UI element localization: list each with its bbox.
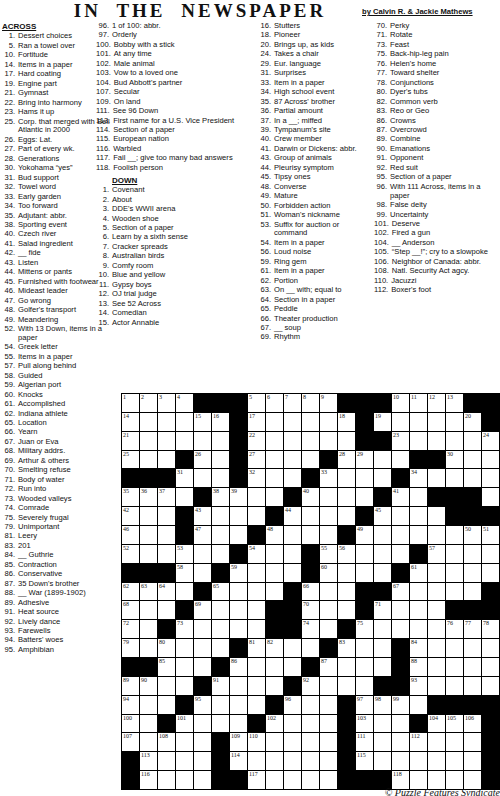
cell-r17c6[interactable] bbox=[212, 696, 230, 715]
cell-r6c4[interactable] bbox=[176, 488, 194, 507]
cell-r16c17[interactable]: 93 bbox=[410, 677, 428, 696]
cell-r19c11[interactable] bbox=[302, 733, 320, 752]
cell-r3c19[interactable] bbox=[446, 432, 464, 451]
cell-r11c19[interactable] bbox=[446, 583, 464, 602]
cell-r18c11[interactable] bbox=[302, 715, 320, 734]
cell-r16c20[interactable] bbox=[464, 677, 482, 696]
cell-r8c1[interactable]: 46 bbox=[122, 526, 140, 545]
cell-r13c20[interactable]: 77 bbox=[464, 620, 482, 639]
cell-r1c3[interactable]: 3 bbox=[158, 394, 176, 413]
cell-r20c7[interactable]: 114 bbox=[230, 752, 248, 771]
cell-r17c7[interactable] bbox=[230, 696, 248, 715]
cell-r5c10[interactable] bbox=[284, 469, 302, 488]
cell-r18c18[interactable]: 104 bbox=[428, 715, 446, 734]
cell-r3c2[interactable] bbox=[140, 432, 158, 451]
cell-r12c13[interactable] bbox=[338, 601, 356, 620]
cell-r14c13[interactable]: 83 bbox=[338, 639, 356, 658]
cell-r11c1[interactable]: 62 bbox=[122, 583, 140, 602]
cell-r7c12[interactable] bbox=[320, 507, 338, 526]
cell-r20c14[interactable]: 115 bbox=[356, 752, 374, 771]
cell-r8c14[interactable]: 49 bbox=[356, 526, 374, 545]
cell-r15c3[interactable]: 85 bbox=[158, 658, 176, 677]
cell-r7c3[interactable] bbox=[158, 507, 176, 526]
cell-r10c5[interactable] bbox=[194, 564, 212, 583]
cell-r20c18[interactable] bbox=[428, 752, 446, 771]
cell-r9c8[interactable]: 54 bbox=[248, 545, 266, 564]
cell-r21c3[interactable] bbox=[158, 771, 176, 790]
cell-r6c3[interactable]: 37 bbox=[158, 488, 176, 507]
cell-r4c14[interactable]: 29 bbox=[356, 451, 374, 470]
cell-r4c6[interactable] bbox=[212, 451, 230, 470]
cell-r19c3[interactable]: 108 bbox=[158, 733, 176, 752]
cell-r9c21[interactable] bbox=[482, 545, 500, 564]
cell-r12c1[interactable]: 68 bbox=[122, 601, 140, 620]
cell-r15c12[interactable]: 87 bbox=[320, 658, 338, 677]
cell-r8c16[interactable] bbox=[392, 526, 410, 545]
cell-r14c4[interactable] bbox=[176, 639, 194, 658]
cell-r19c19[interactable] bbox=[446, 733, 464, 752]
cell-r11c4[interactable] bbox=[176, 583, 194, 602]
cell-r15c9[interactable] bbox=[266, 658, 284, 677]
cell-r19c2[interactable] bbox=[140, 733, 158, 752]
cell-r17c10[interactable]: 96 bbox=[284, 696, 302, 715]
cell-r8c7[interactable] bbox=[230, 526, 248, 545]
cell-r7c17[interactable] bbox=[410, 507, 428, 526]
cell-r19c20[interactable] bbox=[464, 733, 482, 752]
cell-r5c17[interactable]: 34 bbox=[410, 469, 428, 488]
cell-r1c8[interactable]: 5 bbox=[248, 394, 266, 413]
cell-r1c1[interactable]: 1 bbox=[122, 394, 140, 413]
cell-r1c18[interactable]: 12 bbox=[428, 394, 446, 413]
cell-r16c11[interactable]: 92 bbox=[302, 677, 320, 696]
cell-r13c18[interactable] bbox=[428, 620, 446, 639]
cell-r9c3[interactable] bbox=[158, 545, 176, 564]
cell-r19c10[interactable] bbox=[284, 733, 302, 752]
cell-r14c11[interactable] bbox=[302, 639, 320, 658]
cell-r18c20[interactable]: 106 bbox=[464, 715, 482, 734]
cell-r10c18[interactable] bbox=[428, 564, 446, 583]
cell-r11c7[interactable] bbox=[230, 583, 248, 602]
cell-r16c21[interactable] bbox=[482, 677, 500, 696]
cell-r14c9[interactable]: 82 bbox=[266, 639, 284, 658]
cell-r18c16[interactable] bbox=[392, 715, 410, 734]
cell-r1c17[interactable]: 11 bbox=[410, 394, 428, 413]
cell-r19c18[interactable] bbox=[428, 733, 446, 752]
cell-r3c5[interactable] bbox=[194, 432, 212, 451]
cell-r5c14[interactable] bbox=[356, 469, 374, 488]
cell-r10c9[interactable] bbox=[266, 564, 284, 583]
cell-r14c17[interactable]: 84 bbox=[410, 639, 428, 658]
cell-r2c3[interactable] bbox=[158, 413, 176, 432]
cell-r10c8[interactable] bbox=[248, 564, 266, 583]
cell-r13c21[interactable]: 78 bbox=[482, 620, 500, 639]
cell-r10c12[interactable]: 60 bbox=[320, 564, 338, 583]
cell-r15c8[interactable] bbox=[248, 658, 266, 677]
cell-r20c3[interactable] bbox=[158, 752, 176, 771]
cell-r17c5[interactable]: 95 bbox=[194, 696, 212, 715]
cell-r20c10[interactable] bbox=[284, 752, 302, 771]
cell-r20c17[interactable] bbox=[410, 752, 428, 771]
cell-r17c14[interactable]: 97 bbox=[356, 696, 374, 715]
cell-r18c10[interactable] bbox=[284, 715, 302, 734]
cell-r2c17[interactable] bbox=[410, 413, 428, 432]
cell-r19c9[interactable] bbox=[266, 733, 284, 752]
cell-r5c15[interactable] bbox=[374, 469, 392, 488]
cell-r1c9[interactable]: 6 bbox=[266, 394, 284, 413]
cell-r3c3[interactable] bbox=[158, 432, 176, 451]
cell-r4c1[interactable]: 25 bbox=[122, 451, 140, 470]
cell-r4c20[interactable] bbox=[464, 451, 482, 470]
cell-r8c6[interactable] bbox=[212, 526, 230, 545]
cell-r6c2[interactable]: 36 bbox=[140, 488, 158, 507]
cell-r13c14[interactable]: 75 bbox=[356, 620, 374, 639]
cell-r19c17[interactable]: 112 bbox=[410, 733, 428, 752]
cell-r4c5[interactable]: 26 bbox=[194, 451, 212, 470]
cell-r2c1[interactable]: 14 bbox=[122, 413, 140, 432]
cell-r7c10[interactable]: 44 bbox=[284, 507, 302, 526]
cell-r6c21[interactable] bbox=[482, 488, 500, 507]
cell-r10c7[interactable]: 59 bbox=[230, 564, 248, 583]
cell-r21c2[interactable]: 116 bbox=[140, 771, 158, 790]
cell-r8c15[interactable] bbox=[374, 526, 392, 545]
cell-r17c17[interactable] bbox=[410, 696, 428, 715]
cell-r18c14[interactable]: 103 bbox=[356, 715, 374, 734]
cell-r6c16[interactable]: 41 bbox=[392, 488, 410, 507]
cell-r3c20[interactable] bbox=[464, 432, 482, 451]
cell-r3c4[interactable] bbox=[176, 432, 194, 451]
cell-r11c18[interactable] bbox=[428, 583, 446, 602]
cell-r4c15[interactable] bbox=[374, 451, 392, 470]
cell-r7c6[interactable] bbox=[212, 507, 230, 526]
cell-r7c18[interactable] bbox=[428, 507, 446, 526]
cell-r18c4[interactable]: 101 bbox=[176, 715, 194, 734]
cell-r9c2[interactable] bbox=[140, 545, 158, 564]
cell-r17c15[interactable]: 98 bbox=[374, 696, 392, 715]
cell-r13c16[interactable] bbox=[392, 620, 410, 639]
cell-r12c16[interactable] bbox=[392, 601, 410, 620]
cell-r16c18[interactable] bbox=[428, 677, 446, 696]
cell-r12c18[interactable] bbox=[428, 601, 446, 620]
cell-r5c19[interactable] bbox=[446, 469, 464, 488]
cell-r12c3[interactable] bbox=[158, 601, 176, 620]
cell-r21c4[interactable] bbox=[176, 771, 194, 790]
crossword-grid[interactable]: 1234567891011121314151617181920212223242… bbox=[121, 393, 500, 790]
cell-r14c14[interactable] bbox=[356, 639, 374, 658]
cell-r12c12[interactable] bbox=[320, 601, 338, 620]
cell-r20c15[interactable] bbox=[374, 752, 392, 771]
cell-r6c12[interactable] bbox=[320, 488, 338, 507]
cell-r12c5[interactable]: 69 bbox=[194, 601, 212, 620]
cell-r14c6[interactable] bbox=[212, 639, 230, 658]
cell-r18c1[interactable]: 100 bbox=[122, 715, 140, 734]
cell-r5c9[interactable] bbox=[266, 469, 284, 488]
cell-r15c4[interactable] bbox=[176, 658, 194, 677]
cell-r7c13[interactable] bbox=[338, 507, 356, 526]
cell-r14c18[interactable] bbox=[428, 639, 446, 658]
cell-r6c7[interactable]: 39 bbox=[230, 488, 248, 507]
cell-r11c2[interactable]: 63 bbox=[140, 583, 158, 602]
cell-r9c14[interactable] bbox=[356, 545, 374, 564]
cell-r13c15[interactable] bbox=[374, 620, 392, 639]
cell-r13c6[interactable] bbox=[212, 620, 230, 639]
cell-r2c6[interactable]: 16 bbox=[212, 413, 230, 432]
cell-r13c17[interactable] bbox=[410, 620, 428, 639]
cell-r20c4[interactable] bbox=[176, 752, 194, 771]
cell-r3c21[interactable]: 24 bbox=[482, 432, 500, 451]
cell-r3c6[interactable] bbox=[212, 432, 230, 451]
cell-r13c8[interactable] bbox=[248, 620, 266, 639]
cell-r2c16[interactable] bbox=[392, 413, 410, 432]
cell-r8c12[interactable] bbox=[320, 526, 338, 545]
cell-r9c12[interactable]: 55 bbox=[320, 545, 338, 564]
cell-r15c15[interactable] bbox=[374, 658, 392, 677]
cell-r15c5[interactable] bbox=[194, 658, 212, 677]
cell-r17c16[interactable]: 99 bbox=[392, 696, 410, 715]
cell-r2c4[interactable] bbox=[176, 413, 194, 432]
cell-r15c17[interactable]: 88 bbox=[410, 658, 428, 677]
cell-r15c7[interactable]: 86 bbox=[230, 658, 248, 677]
cell-r15c13[interactable] bbox=[338, 658, 356, 677]
cell-r20c8[interactable] bbox=[248, 752, 266, 771]
cell-r19c15[interactable] bbox=[374, 733, 392, 752]
cell-r8c17[interactable] bbox=[410, 526, 428, 545]
cell-r17c2[interactable] bbox=[140, 696, 158, 715]
cell-r7c1[interactable]: 42 bbox=[122, 507, 140, 526]
cell-r1c11[interactable]: 8 bbox=[302, 394, 320, 413]
cell-r6c13[interactable] bbox=[338, 488, 356, 507]
cell-r18c5[interactable] bbox=[194, 715, 212, 734]
cell-r6c17[interactable] bbox=[410, 488, 428, 507]
cell-r19c5[interactable] bbox=[194, 733, 212, 752]
cell-r3c16[interactable]: 23 bbox=[392, 432, 410, 451]
cell-r11c13[interactable] bbox=[338, 583, 356, 602]
cell-r17c11[interactable] bbox=[302, 696, 320, 715]
cell-r8c19[interactable] bbox=[446, 526, 464, 545]
cell-r7c8[interactable] bbox=[248, 507, 266, 526]
cell-r11c16[interactable]: 67 bbox=[392, 583, 410, 602]
cell-r21c5[interactable] bbox=[194, 771, 212, 790]
cell-r3c8[interactable]: 22 bbox=[248, 432, 266, 451]
cell-r16c13[interactable] bbox=[338, 677, 356, 696]
cell-r9c16[interactable] bbox=[392, 545, 410, 564]
cell-r12c15[interactable]: 71 bbox=[374, 601, 392, 620]
cell-r8c10[interactable] bbox=[284, 526, 302, 545]
cell-r2c9[interactable] bbox=[266, 413, 284, 432]
cell-r8c2[interactable] bbox=[140, 526, 158, 545]
cell-r20c5[interactable] bbox=[194, 752, 212, 771]
cell-r13c11[interactable]: 74 bbox=[302, 620, 320, 639]
cell-r2c2[interactable] bbox=[140, 413, 158, 432]
cell-r6c11[interactable]: 40 bbox=[302, 488, 320, 507]
cell-r10c17[interactable]: 61 bbox=[410, 564, 428, 583]
cell-r13c2[interactable] bbox=[140, 620, 158, 639]
cell-r5c4[interactable]: 31 bbox=[176, 469, 194, 488]
cell-r9c6[interactable] bbox=[212, 545, 230, 564]
cell-r13c4[interactable]: 73 bbox=[176, 620, 194, 639]
cell-r15c21[interactable] bbox=[482, 658, 500, 677]
cell-r6c14[interactable] bbox=[356, 488, 374, 507]
cell-r4c9[interactable] bbox=[266, 451, 284, 470]
cell-r18c7[interactable] bbox=[230, 715, 248, 734]
cell-r4c10[interactable] bbox=[284, 451, 302, 470]
cell-r10c15[interactable] bbox=[374, 564, 392, 583]
cell-r16c4[interactable] bbox=[176, 677, 194, 696]
cell-r3c17[interactable] bbox=[410, 432, 428, 451]
cell-r18c12[interactable] bbox=[320, 715, 338, 734]
cell-r12c2[interactable] bbox=[140, 601, 158, 620]
cell-r2c12[interactable] bbox=[320, 413, 338, 432]
cell-r11c20[interactable] bbox=[464, 583, 482, 602]
cell-r2c5[interactable]: 15 bbox=[194, 413, 212, 432]
cell-r10c13[interactable] bbox=[338, 564, 356, 583]
cell-r11c12[interactable] bbox=[320, 583, 338, 602]
cell-r10c21[interactable] bbox=[482, 564, 500, 583]
cell-r17c3[interactable] bbox=[158, 696, 176, 715]
cell-r4c8[interactable]: 27 bbox=[248, 451, 266, 470]
cell-r15c18[interactable] bbox=[428, 658, 446, 677]
cell-r17c8[interactable] bbox=[248, 696, 266, 715]
cell-r5c6[interactable] bbox=[212, 469, 230, 488]
cell-r7c2[interactable] bbox=[140, 507, 158, 526]
cell-r16c19[interactable] bbox=[446, 677, 464, 696]
cell-r8c11[interactable] bbox=[302, 526, 320, 545]
cell-r14c3[interactable]: 80 bbox=[158, 639, 176, 658]
cell-r8c5[interactable]: 47 bbox=[194, 526, 212, 545]
cell-r15c19[interactable] bbox=[446, 658, 464, 677]
cell-r8c3[interactable] bbox=[158, 526, 176, 545]
cell-r10c10[interactable] bbox=[284, 564, 302, 583]
cell-r11c6[interactable]: 65 bbox=[212, 583, 230, 602]
cell-r9c4[interactable]: 53 bbox=[176, 545, 194, 564]
cell-r14c20[interactable] bbox=[464, 639, 482, 658]
cell-r4c21[interactable] bbox=[482, 451, 500, 470]
cell-r2c11[interactable] bbox=[302, 413, 320, 432]
cell-r1c4[interactable]: 4 bbox=[176, 394, 194, 413]
cell-r20c19[interactable] bbox=[446, 752, 464, 771]
cell-r7c7[interactable] bbox=[230, 507, 248, 526]
cell-r6c8[interactable] bbox=[248, 488, 266, 507]
cell-r10c19[interactable] bbox=[446, 564, 464, 583]
cell-r14c1[interactable]: 79 bbox=[122, 639, 140, 658]
cell-r19c1[interactable]: 107 bbox=[122, 733, 140, 752]
cell-r9c15[interactable] bbox=[374, 545, 392, 564]
cell-r14c10[interactable] bbox=[284, 639, 302, 658]
cell-r5c12[interactable]: 33 bbox=[320, 469, 338, 488]
cell-r12c17[interactable] bbox=[410, 601, 428, 620]
cell-r9c5[interactable] bbox=[194, 545, 212, 564]
cell-r16c12[interactable] bbox=[320, 677, 338, 696]
cell-r12c7[interactable] bbox=[230, 601, 248, 620]
cell-r8c21[interactable]: 51 bbox=[482, 526, 500, 545]
cell-r13c1[interactable]: 72 bbox=[122, 620, 140, 639]
cell-r6c1[interactable]: 35 bbox=[122, 488, 140, 507]
cell-r3c18[interactable] bbox=[428, 432, 446, 451]
cell-r19c7[interactable]: 109 bbox=[230, 733, 248, 752]
cell-r20c9[interactable] bbox=[266, 752, 284, 771]
cell-r16c6[interactable]: 91 bbox=[212, 677, 230, 696]
cell-r13c12[interactable] bbox=[320, 620, 338, 639]
cell-r17c1[interactable]: 94 bbox=[122, 696, 140, 715]
cell-r3c11[interactable] bbox=[302, 432, 320, 451]
cell-r1c2[interactable]: 2 bbox=[140, 394, 158, 413]
cell-r9c18[interactable]: 57 bbox=[428, 545, 446, 564]
cell-r12c6[interactable] bbox=[212, 601, 230, 620]
cell-r1c12[interactable]: 9 bbox=[320, 394, 338, 413]
cell-r16c9[interactable] bbox=[266, 677, 284, 696]
cell-r5c5[interactable] bbox=[194, 469, 212, 488]
cell-r15c10[interactable] bbox=[284, 658, 302, 677]
cell-r13c19[interactable]: 76 bbox=[446, 620, 464, 639]
cell-r16c8[interactable] bbox=[248, 677, 266, 696]
cell-r7c16[interactable] bbox=[392, 507, 410, 526]
cell-r12c8[interactable] bbox=[248, 601, 266, 620]
cell-r16c14[interactable] bbox=[356, 677, 374, 696]
cell-r4c2[interactable] bbox=[140, 451, 158, 470]
cell-r11c3[interactable]: 64 bbox=[158, 583, 176, 602]
cell-r4c11[interactable] bbox=[302, 451, 320, 470]
cell-r19c8[interactable]: 110 bbox=[248, 733, 266, 752]
cell-r1c10[interactable]: 7 bbox=[284, 394, 302, 413]
cell-r16c2[interactable]: 90 bbox=[140, 677, 158, 696]
cell-r18c19[interactable]: 105 bbox=[446, 715, 464, 734]
cell-r5c13[interactable] bbox=[338, 469, 356, 488]
cell-r4c13[interactable]: 28 bbox=[338, 451, 356, 470]
cell-r3c10[interactable] bbox=[284, 432, 302, 451]
cell-r20c2[interactable]: 113 bbox=[140, 752, 158, 771]
cell-r13c5[interactable] bbox=[194, 620, 212, 639]
cell-r11c8[interactable] bbox=[248, 583, 266, 602]
cell-r18c9[interactable]: 102 bbox=[266, 715, 284, 734]
cell-r5c21[interactable] bbox=[482, 469, 500, 488]
cell-r19c12[interactable] bbox=[320, 733, 338, 752]
cell-r11c9[interactable] bbox=[266, 583, 284, 602]
cell-r18c6[interactable] bbox=[212, 715, 230, 734]
cell-r14c15[interactable] bbox=[374, 639, 392, 658]
cell-r3c13[interactable] bbox=[338, 432, 356, 451]
cell-r4c3[interactable] bbox=[158, 451, 176, 470]
cell-r5c18[interactable] bbox=[428, 469, 446, 488]
cell-r17c12[interactable] bbox=[320, 696, 338, 715]
cell-r15c14[interactable] bbox=[356, 658, 374, 677]
cell-r1c19[interactable]: 13 bbox=[446, 394, 464, 413]
cell-r7c15[interactable]: 45 bbox=[374, 507, 392, 526]
cell-r18c2[interactable] bbox=[140, 715, 158, 734]
cell-r14c19[interactable] bbox=[446, 639, 464, 658]
cell-r16c1[interactable]: 89 bbox=[122, 677, 140, 696]
cell-r9c10[interactable] bbox=[284, 545, 302, 564]
cell-r2c10[interactable] bbox=[284, 413, 302, 432]
cell-r3c9[interactable] bbox=[266, 432, 284, 451]
cell-r8c20[interactable]: 50 bbox=[464, 526, 482, 545]
cell-r9c20[interactable] bbox=[464, 545, 482, 564]
cell-r7c5[interactable]: 43 bbox=[194, 507, 212, 526]
cell-r11c17[interactable] bbox=[410, 583, 428, 602]
cell-r15c20[interactable] bbox=[464, 658, 482, 677]
cell-r14c2[interactable] bbox=[140, 639, 158, 658]
cell-r20c20[interactable] bbox=[464, 752, 482, 771]
cell-r3c12[interactable] bbox=[320, 432, 338, 451]
cell-r7c11[interactable] bbox=[302, 507, 320, 526]
cell-r13c7[interactable] bbox=[230, 620, 248, 639]
cell-r9c1[interactable]: 52 bbox=[122, 545, 140, 564]
cell-r2c18[interactable] bbox=[428, 413, 446, 432]
cell-r19c16[interactable] bbox=[392, 733, 410, 752]
cell-r18c15[interactable] bbox=[374, 715, 392, 734]
cell-r19c4[interactable] bbox=[176, 733, 194, 752]
cell-r20c16[interactable] bbox=[392, 752, 410, 771]
cell-r14c5[interactable] bbox=[194, 639, 212, 658]
cell-r2c20[interactable]: 20 bbox=[464, 413, 482, 432]
